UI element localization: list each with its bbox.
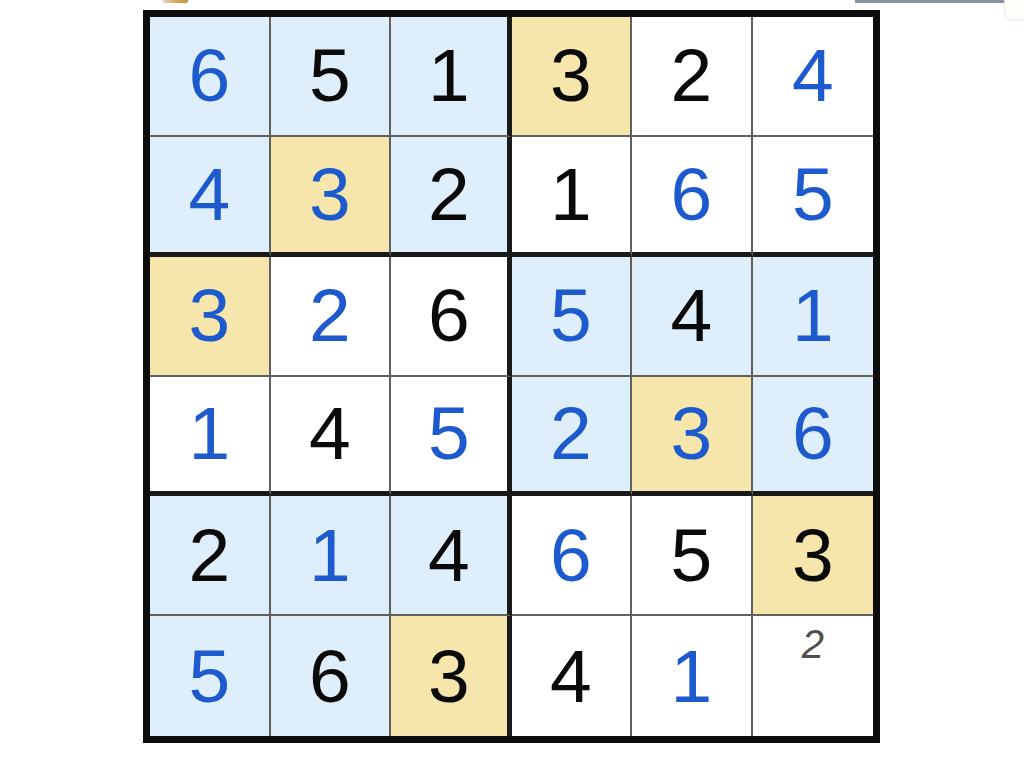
pencil-mark: 2 xyxy=(802,624,824,664)
given-digit: 6 xyxy=(309,639,351,714)
user-digit: 5 xyxy=(428,396,470,471)
user-digit: 5 xyxy=(550,278,592,353)
given-digit: 4 xyxy=(670,278,712,353)
cropped-logo-fragment xyxy=(163,0,188,3)
cell-r5c5[interactable]: 5 xyxy=(632,496,753,616)
cell-r6c5[interactable]: 1 xyxy=(632,616,753,736)
cell-r6c6[interactable]: 2 xyxy=(753,616,874,736)
cell-r5c2[interactable]: 1 xyxy=(271,496,392,616)
given-digit: 6 xyxy=(428,278,470,353)
given-digit: 1 xyxy=(428,38,470,113)
given-digit: 3 xyxy=(792,518,834,593)
cropped-corner-widget xyxy=(1004,0,1024,20)
cell-r6c1[interactable]: 5 xyxy=(150,616,271,736)
user-digit: 1 xyxy=(792,278,834,353)
cell-r3c5[interactable]: 4 xyxy=(632,257,753,377)
cell-r2c5[interactable]: 6 xyxy=(632,137,753,257)
given-digit: 2 xyxy=(428,157,470,232)
cell-r5c6[interactable]: 3 xyxy=(753,496,874,616)
user-digit: 2 xyxy=(550,396,592,471)
cell-r3c3[interactable]: 6 xyxy=(391,257,512,377)
cell-r4c4[interactable]: 2 xyxy=(512,377,633,497)
cell-r2c3[interactable]: 2 xyxy=(391,137,512,257)
given-digit: 4 xyxy=(309,396,351,471)
user-digit: 1 xyxy=(309,518,351,593)
cell-r1c4[interactable]: 3 xyxy=(512,17,633,137)
user-digit: 6 xyxy=(792,396,834,471)
cropped-panel-top-edge xyxy=(855,0,1008,3)
user-digit: 3 xyxy=(188,278,230,353)
given-digit: 2 xyxy=(670,38,712,113)
user-digit: 6 xyxy=(188,38,230,113)
cell-r3c6[interactable]: 1 xyxy=(753,257,874,377)
user-digit: 2 xyxy=(309,278,351,353)
cell-r4c2[interactable]: 4 xyxy=(271,377,392,497)
cell-r1c1[interactable]: 6 xyxy=(150,17,271,137)
cell-r2c2[interactable]: 3 xyxy=(271,137,392,257)
cell-r4c3[interactable]: 5 xyxy=(391,377,512,497)
cell-r2c1[interactable]: 4 xyxy=(150,137,271,257)
user-digit: 3 xyxy=(670,396,712,471)
cell-r4c1[interactable]: 1 xyxy=(150,377,271,497)
page-background: 651324432165326541145236214653563412 xyxy=(0,0,1024,757)
given-digit: 4 xyxy=(550,639,592,714)
cell-r2c6[interactable]: 5 xyxy=(753,137,874,257)
user-digit: 4 xyxy=(792,38,834,113)
cell-r1c6[interactable]: 4 xyxy=(753,17,874,137)
user-digit: 1 xyxy=(188,396,230,471)
user-digit: 5 xyxy=(188,639,230,714)
given-digit: 2 xyxy=(188,518,230,593)
cell-r4c6[interactable]: 6 xyxy=(753,377,874,497)
given-digit: 3 xyxy=(428,639,470,714)
cell-r3c2[interactable]: 2 xyxy=(271,257,392,377)
cell-r3c1[interactable]: 3 xyxy=(150,257,271,377)
given-digit: 3 xyxy=(550,38,592,113)
user-digit: 4 xyxy=(188,157,230,232)
cell-r5c1[interactable]: 2 xyxy=(150,496,271,616)
given-digit: 5 xyxy=(309,38,351,113)
user-digit: 3 xyxy=(309,157,351,232)
cell-r6c4[interactable]: 4 xyxy=(512,616,633,736)
user-digit: 1 xyxy=(670,639,712,714)
cell-r3c4[interactable]: 5 xyxy=(512,257,633,377)
cell-r1c2[interactable]: 5 xyxy=(271,17,392,137)
user-digit: 6 xyxy=(670,157,712,232)
cell-r6c3[interactable]: 3 xyxy=(391,616,512,736)
cell-r1c3[interactable]: 1 xyxy=(391,17,512,137)
sudoku-board: 651324432165326541145236214653563412 xyxy=(143,10,880,743)
cell-r6c2[interactable]: 6 xyxy=(271,616,392,736)
user-digit: 6 xyxy=(550,518,592,593)
given-digit: 5 xyxy=(670,518,712,593)
cell-r5c4[interactable]: 6 xyxy=(512,496,633,616)
cell-r5c3[interactable]: 4 xyxy=(391,496,512,616)
user-digit: 5 xyxy=(792,157,834,232)
given-digit: 4 xyxy=(428,518,470,593)
given-digit: 1 xyxy=(550,157,592,232)
cell-r1c5[interactable]: 2 xyxy=(632,17,753,137)
cell-r2c4[interactable]: 1 xyxy=(512,137,633,257)
cell-r4c5[interactable]: 3 xyxy=(632,377,753,497)
